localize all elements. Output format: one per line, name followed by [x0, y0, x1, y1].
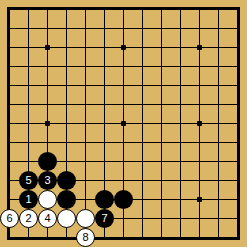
grid-line-vertical [199, 95, 200, 114]
intersection[interactable] [0, 57, 19, 76]
intersection[interactable] [0, 152, 19, 171]
grid-line-vertical [85, 57, 86, 76]
intersection[interactable]: 8 [76, 228, 95, 247]
intersection[interactable] [95, 190, 114, 209]
intersection[interactable] [57, 209, 76, 228]
stone-white-move-8: 8 [76, 228, 95, 247]
grid-line-vertical [218, 76, 219, 95]
intersection[interactable] [190, 171, 209, 190]
grid-line-vertical [218, 7, 219, 19]
intersection[interactable] [57, 114, 76, 133]
intersection[interactable] [152, 57, 171, 76]
intersection[interactable] [114, 95, 133, 114]
intersection[interactable] [19, 76, 38, 95]
stone-black-move-5: 5 [19, 171, 38, 190]
intersection[interactable] [76, 190, 95, 209]
intersection[interactable] [171, 152, 190, 171]
grid-line-vertical [142, 171, 143, 190]
intersection[interactable] [95, 133, 114, 152]
intersection[interactable] [228, 0, 247, 19]
intersection[interactable] [57, 95, 76, 114]
grid-line-vertical [199, 133, 200, 152]
grid-line-vertical [123, 76, 124, 95]
grid-line-vertical [7, 7, 10, 19]
intersection[interactable] [228, 209, 247, 228]
intersection[interactable] [209, 57, 228, 76]
intersection[interactable] [190, 57, 209, 76]
grid-line-vertical [28, 95, 29, 114]
intersection[interactable] [114, 133, 133, 152]
hoshi-dot [121, 121, 126, 126]
grid-line-vertical [28, 57, 29, 76]
intersection[interactable] [171, 76, 190, 95]
grid-line-vertical [123, 95, 124, 114]
intersection[interactable] [95, 0, 114, 19]
grid-line-vertical [66, 95, 67, 114]
intersection[interactable] [190, 19, 209, 38]
grid-line-vertical [161, 114, 162, 133]
intersection[interactable] [171, 57, 190, 76]
intersection[interactable] [228, 76, 247, 95]
intersection[interactable] [171, 38, 190, 57]
grid-line-vertical [85, 95, 86, 114]
go-board[interactable]: 53162478 [0, 0, 247, 247]
grid-line-vertical [237, 152, 240, 171]
intersection[interactable] [171, 19, 190, 38]
intersection[interactable] [152, 171, 171, 190]
intersection[interactable] [228, 114, 247, 133]
intersection[interactable] [171, 228, 190, 247]
intersection[interactable] [152, 228, 171, 247]
intersection[interactable] [57, 133, 76, 152]
intersection[interactable] [133, 171, 152, 190]
grid-line-vertical [47, 76, 48, 95]
grid-line-vertical [237, 7, 240, 19]
intersection[interactable] [133, 209, 152, 228]
grid-line-vertical [66, 19, 67, 38]
grid-line-vertical [161, 19, 162, 38]
intersection[interactable] [152, 133, 171, 152]
intersection[interactable] [190, 228, 209, 247]
stone-black [57, 190, 76, 209]
grid-line-vertical [218, 57, 219, 76]
hoshi-dot [197, 121, 202, 126]
intersection[interactable] [190, 190, 209, 209]
intersection[interactable] [76, 57, 95, 76]
grid-line-vertical [180, 209, 181, 228]
intersection[interactable] [190, 133, 209, 152]
grid-line-vertical [180, 190, 181, 209]
intersection[interactable] [19, 133, 38, 152]
grid-line-vertical [199, 228, 200, 240]
grid-line-vertical [28, 19, 29, 38]
stone-black-move-7: 7 [95, 209, 114, 228]
intersection[interactable] [38, 76, 57, 95]
intersection[interactable] [0, 38, 19, 57]
intersection[interactable] [209, 133, 228, 152]
intersection[interactable] [228, 190, 247, 209]
intersection[interactable] [190, 209, 209, 228]
move-number-label: 5 [25, 175, 31, 186]
intersection[interactable] [76, 133, 95, 152]
intersection[interactable] [114, 171, 133, 190]
grid-line-vertical [47, 19, 48, 38]
intersection[interactable] [19, 152, 38, 171]
intersection[interactable] [95, 114, 114, 133]
intersection[interactable] [114, 209, 133, 228]
grid-line-vertical [66, 7, 67, 19]
intersection[interactable] [0, 133, 19, 152]
grid-line-vertical [104, 7, 105, 19]
move-number-label: 4 [44, 213, 50, 224]
intersection[interactable] [228, 133, 247, 152]
intersection[interactable]: 5 [19, 171, 38, 190]
intersection[interactable] [152, 19, 171, 38]
grid-line-vertical [218, 114, 219, 133]
intersection[interactable] [95, 152, 114, 171]
intersection[interactable] [76, 19, 95, 38]
intersection[interactable] [152, 38, 171, 57]
intersection[interactable] [57, 190, 76, 209]
intersection[interactable] [228, 19, 247, 38]
grid-line-vertical [104, 114, 105, 133]
grid-line-vertical [161, 133, 162, 152]
intersection[interactable] [19, 38, 38, 57]
intersection[interactable] [38, 38, 57, 57]
intersection[interactable] [57, 19, 76, 38]
grid-line-vertical [218, 95, 219, 114]
intersection[interactable] [133, 76, 152, 95]
grid-line-vertical [28, 114, 29, 133]
grid-line-vertical [7, 152, 10, 171]
grid-line-vertical [237, 209, 240, 228]
grid-line-vertical [66, 228, 67, 240]
intersection[interactable] [57, 76, 76, 95]
stone-black [38, 152, 57, 171]
grid-line-vertical [199, 152, 200, 171]
stone-white [76, 209, 95, 228]
intersection[interactable] [228, 228, 247, 247]
hoshi-dot [45, 45, 50, 50]
grid-line-vertical [28, 133, 29, 152]
intersection[interactable] [0, 76, 19, 95]
grid-line-vertical [142, 209, 143, 228]
intersection[interactable] [171, 0, 190, 19]
intersection[interactable] [209, 19, 228, 38]
intersection[interactable] [190, 95, 209, 114]
move-number-label: 2 [25, 213, 31, 224]
grid-line-vertical [237, 171, 240, 190]
grid-line-vertical [161, 228, 162, 240]
grid-line-vertical [161, 76, 162, 95]
intersection[interactable] [114, 114, 133, 133]
intersection[interactable] [57, 0, 76, 19]
intersection[interactable]: 1 [19, 190, 38, 209]
grid-line-vertical [66, 114, 67, 133]
grid-line-vertical [218, 152, 219, 171]
intersection[interactable] [209, 76, 228, 95]
intersection[interactable] [19, 19, 38, 38]
grid-line-vertical [180, 38, 181, 57]
intersection[interactable]: 7 [95, 209, 114, 228]
intersection[interactable] [114, 38, 133, 57]
grid-line-vertical [66, 133, 67, 152]
grid-line-vertical [161, 57, 162, 76]
grid-line-vertical [85, 38, 86, 57]
grid-line-vertical [161, 171, 162, 190]
intersection[interactable] [152, 0, 171, 19]
intersection[interactable] [38, 0, 57, 19]
intersection[interactable] [209, 152, 228, 171]
grid-line-vertical [28, 76, 29, 95]
grid-line-vertical [142, 152, 143, 171]
intersection[interactable] [38, 228, 57, 247]
intersection[interactable] [95, 228, 114, 247]
intersection[interactable]: 2 [19, 209, 38, 228]
move-number-label: 8 [82, 232, 88, 243]
grid-line-vertical [199, 76, 200, 95]
intersection[interactable] [76, 114, 95, 133]
intersection[interactable] [152, 76, 171, 95]
move-number-label: 1 [25, 194, 31, 205]
intersection[interactable] [0, 171, 19, 190]
intersection[interactable] [133, 190, 152, 209]
intersection[interactable] [76, 38, 95, 57]
intersection[interactable] [38, 95, 57, 114]
intersection[interactable] [133, 0, 152, 19]
intersection[interactable] [190, 114, 209, 133]
intersection[interactable] [57, 171, 76, 190]
stone-black-move-1: 1 [19, 190, 38, 209]
grid-line-vertical [85, 190, 86, 209]
grid-line-vertical [218, 133, 219, 152]
stone-black [114, 190, 133, 209]
intersection[interactable] [95, 171, 114, 190]
intersection[interactable] [133, 19, 152, 38]
intersection[interactable]: 4 [38, 209, 57, 228]
intersection[interactable] [38, 133, 57, 152]
grid-line-vertical [123, 171, 124, 190]
grid-line-vertical [66, 152, 67, 171]
intersection[interactable] [133, 152, 152, 171]
intersection[interactable]: 3 [38, 171, 57, 190]
intersection[interactable] [57, 57, 76, 76]
grid-line-vertical [237, 76, 240, 95]
grid-line-vertical [85, 7, 86, 19]
intersection[interactable] [133, 133, 152, 152]
intersection[interactable] [19, 114, 38, 133]
intersection[interactable] [171, 133, 190, 152]
hoshi-dot [197, 45, 202, 50]
grid-line-vertical [7, 76, 10, 95]
intersection[interactable] [190, 0, 209, 19]
intersection[interactable] [76, 95, 95, 114]
grid-line-vertical [180, 19, 181, 38]
intersection[interactable] [228, 57, 247, 76]
intersection[interactable] [0, 0, 19, 19]
intersection[interactable] [171, 209, 190, 228]
intersection[interactable] [133, 95, 152, 114]
go-diagram: 53162478 [0, 0, 247, 247]
grid-line-vertical [142, 133, 143, 152]
intersection[interactable] [0, 114, 19, 133]
grid-line-vertical [123, 152, 124, 171]
intersection[interactable] [190, 152, 209, 171]
intersection[interactable] [152, 114, 171, 133]
intersection[interactable] [209, 0, 228, 19]
intersection[interactable] [228, 38, 247, 57]
intersection[interactable] [19, 0, 38, 19]
intersection[interactable] [114, 190, 133, 209]
intersection[interactable] [114, 19, 133, 38]
intersection[interactable] [114, 76, 133, 95]
intersection[interactable] [228, 152, 247, 171]
intersection[interactable] [171, 171, 190, 190]
grid-line-vertical [161, 95, 162, 114]
grid-line-vertical [218, 228, 219, 240]
grid-line-vertical [199, 209, 200, 228]
grid-line-vertical [123, 7, 124, 19]
intersection[interactable] [152, 190, 171, 209]
grid-line-vertical [142, 38, 143, 57]
intersection[interactable] [76, 209, 95, 228]
intersection[interactable] [0, 19, 19, 38]
grid-line-vertical [237, 133, 240, 152]
grid-line-vertical [142, 57, 143, 76]
intersection[interactable] [190, 38, 209, 57]
grid-line-vertical [123, 57, 124, 76]
intersection[interactable] [133, 114, 152, 133]
stone-white [57, 209, 76, 228]
intersection[interactable] [19, 228, 38, 247]
grid-line-vertical [47, 95, 48, 114]
intersection[interactable] [95, 76, 114, 95]
grid-line-vertical [218, 171, 219, 190]
move-number-label: 7 [101, 213, 107, 224]
intersection[interactable] [114, 152, 133, 171]
intersection[interactable] [133, 228, 152, 247]
intersection[interactable] [95, 19, 114, 38]
intersection[interactable] [38, 57, 57, 76]
grid-line-vertical [47, 228, 48, 240]
intersection[interactable] [38, 152, 57, 171]
intersection[interactable] [209, 171, 228, 190]
intersection[interactable] [38, 114, 57, 133]
grid-line-vertical [180, 152, 181, 171]
intersection[interactable] [209, 190, 228, 209]
intersection[interactable] [171, 95, 190, 114]
grid-line-vertical [142, 19, 143, 38]
intersection[interactable] [19, 95, 38, 114]
intersection[interactable] [209, 228, 228, 247]
intersection[interactable] [19, 57, 38, 76]
grid-line-vertical [85, 76, 86, 95]
intersection[interactable] [114, 0, 133, 19]
intersection[interactable] [76, 0, 95, 19]
grid-line-vertical [66, 57, 67, 76]
grid-line-vertical [237, 114, 240, 133]
stone-white-move-6: 6 [0, 209, 19, 228]
intersection[interactable] [114, 57, 133, 76]
grid-line-vertical [180, 133, 181, 152]
intersection[interactable] [57, 228, 76, 247]
grid-line-vertical [218, 19, 219, 38]
grid-line-vertical [104, 76, 105, 95]
intersection[interactable] [152, 95, 171, 114]
grid-line-vertical [218, 38, 219, 57]
intersection[interactable] [76, 171, 95, 190]
stone-white-move-2: 2 [19, 209, 38, 228]
intersection[interactable] [171, 190, 190, 209]
intersection[interactable] [38, 19, 57, 38]
grid-line-vertical [180, 114, 181, 133]
intersection[interactable] [95, 95, 114, 114]
intersection[interactable] [209, 38, 228, 57]
intersection[interactable]: 6 [0, 209, 19, 228]
grid-line-vertical [7, 133, 10, 152]
intersection[interactable] [152, 152, 171, 171]
grid-line-vertical [85, 171, 86, 190]
grid-line-vertical [237, 95, 240, 114]
grid-line-vertical [7, 57, 10, 76]
grid-line-vertical [142, 95, 143, 114]
intersection[interactable] [57, 152, 76, 171]
grid-line-vertical [123, 133, 124, 152]
move-number-label: 6 [6, 213, 12, 224]
grid-line-vertical [7, 190, 10, 209]
intersection[interactable] [95, 57, 114, 76]
intersection[interactable] [38, 190, 57, 209]
intersection[interactable] [133, 38, 152, 57]
grid-line-vertical [199, 171, 200, 190]
grid-line-vertical [7, 19, 10, 38]
intersection[interactable] [209, 114, 228, 133]
intersection[interactable] [228, 171, 247, 190]
grid-line-vertical [161, 209, 162, 228]
intersection[interactable] [152, 209, 171, 228]
stone-black-move-3: 3 [38, 171, 57, 190]
grid-line-vertical [7, 38, 10, 57]
intersection[interactable] [0, 190, 19, 209]
grid-line-vertical [218, 209, 219, 228]
intersection[interactable] [95, 38, 114, 57]
intersection[interactable] [190, 76, 209, 95]
grid-line-vertical [161, 190, 162, 209]
intersection[interactable] [133, 57, 152, 76]
intersection[interactable] [209, 209, 228, 228]
hoshi-dot [45, 121, 50, 126]
intersection[interactable] [209, 95, 228, 114]
grid-line-vertical [28, 228, 29, 240]
intersection[interactable] [0, 95, 19, 114]
intersection[interactable] [76, 152, 95, 171]
intersection[interactable] [228, 95, 247, 114]
intersection[interactable] [171, 114, 190, 133]
grid-line-vertical [7, 114, 10, 133]
grid-line-vertical [85, 19, 86, 38]
grid-line-vertical [142, 7, 143, 19]
intersection[interactable] [0, 228, 19, 247]
intersection[interactable] [76, 76, 95, 95]
grid-line-vertical [180, 228, 181, 240]
grid-line-vertical [199, 19, 200, 38]
intersection[interactable] [57, 38, 76, 57]
grid-line-vertical [104, 152, 105, 171]
grid-line-vertical [28, 7, 29, 19]
intersection[interactable] [114, 228, 133, 247]
grid-line-vertical [237, 38, 240, 57]
grid-line-vertical [199, 7, 200, 19]
